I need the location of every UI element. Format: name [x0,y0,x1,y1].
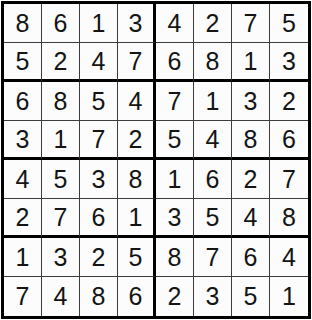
sudoku-cell-r5c8[interactable]: 7 [270,160,308,199]
sudoku-cell-r2c6[interactable]: 8 [194,43,232,82]
sudoku-cell-r4c7[interactable]: 8 [232,121,270,160]
sudoku-cell-r8c4[interactable]: 6 [118,277,156,316]
sudoku-cell-r7c7[interactable]: 6 [232,238,270,277]
sudoku-cell-r5c1[interactable]: 4 [4,160,42,199]
sudoku-cell-r2c2[interactable]: 2 [42,43,80,82]
sudoku-cell-r2c7[interactable]: 1 [232,43,270,82]
sudoku-cell-r8c3[interactable]: 8 [80,277,118,316]
sudoku-cell-r6c7[interactable]: 4 [232,199,270,238]
sudoku-cell-r7c5[interactable]: 8 [156,238,194,277]
sudoku-cell-r4c5[interactable]: 5 [156,121,194,160]
sudoku-cell-r8c7[interactable]: 5 [232,277,270,316]
sudoku-cell-r1c7[interactable]: 7 [232,4,270,43]
sudoku-cell-r4c6[interactable]: 4 [194,121,232,160]
sudoku-cell-r3c4[interactable]: 4 [118,82,156,121]
sudoku-cell-r3c8[interactable]: 2 [270,82,308,121]
sudoku-cell-r5c7[interactable]: 2 [232,160,270,199]
sudoku-cell-r2c1[interactable]: 5 [4,43,42,82]
sudoku-cell-r6c1[interactable]: 2 [4,199,42,238]
sudoku-cell-r5c6[interactable]: 6 [194,160,232,199]
sudoku-cell-r1c8[interactable]: 5 [270,4,308,43]
sudoku-cell-r6c8[interactable]: 8 [270,199,308,238]
sudoku-cell-r1c1[interactable]: 8 [4,4,42,43]
sudoku-cell-r3c6[interactable]: 1 [194,82,232,121]
sudoku-board: 8613427552476813685471323172548645381627… [1,1,311,319]
sudoku-cell-r3c2[interactable]: 8 [42,82,80,121]
sudoku-cell-r2c5[interactable]: 6 [156,43,194,82]
sudoku-cell-r8c6[interactable]: 3 [194,277,232,316]
sudoku-cell-r1c5[interactable]: 4 [156,4,194,43]
sudoku-cell-r6c2[interactable]: 7 [42,199,80,238]
sudoku-cell-r8c5[interactable]: 2 [156,277,194,316]
sudoku-cell-r5c4[interactable]: 8 [118,160,156,199]
sudoku-cell-r1c2[interactable]: 6 [42,4,80,43]
sudoku-cell-r6c4[interactable]: 1 [118,199,156,238]
sudoku-cell-r8c1[interactable]: 7 [4,277,42,316]
sudoku-cell-r3c7[interactable]: 3 [232,82,270,121]
sudoku-cell-r3c5[interactable]: 7 [156,82,194,121]
sudoku-cell-r7c8[interactable]: 4 [270,238,308,277]
sudoku-cell-r7c6[interactable]: 7 [194,238,232,277]
sudoku-cell-r8c2[interactable]: 4 [42,277,80,316]
sudoku-cell-r7c4[interactable]: 5 [118,238,156,277]
sudoku-cell-r4c1[interactable]: 3 [4,121,42,160]
sudoku-cell-r5c5[interactable]: 1 [156,160,194,199]
sudoku-cell-r2c4[interactable]: 7 [118,43,156,82]
sudoku-cell-r3c1[interactable]: 6 [4,82,42,121]
sudoku-cell-r4c2[interactable]: 1 [42,121,80,160]
sudoku-cell-r6c3[interactable]: 6 [80,199,118,238]
sudoku-cell-r7c1[interactable]: 1 [4,238,42,277]
sudoku-cell-r6c5[interactable]: 3 [156,199,194,238]
sudoku-cell-r3c3[interactable]: 5 [80,82,118,121]
sudoku-cell-r2c8[interactable]: 3 [270,43,308,82]
sudoku-cell-r4c4[interactable]: 2 [118,121,156,160]
sudoku-page: 8613427552476813685471323172548645381627… [0,0,312,320]
sudoku-cell-r5c3[interactable]: 3 [80,160,118,199]
sudoku-cell-r1c6[interactable]: 2 [194,4,232,43]
sudoku-cell-r1c4[interactable]: 3 [118,4,156,43]
sudoku-cell-r7c2[interactable]: 3 [42,238,80,277]
sudoku-cell-r4c8[interactable]: 6 [270,121,308,160]
sudoku-cell-r1c3[interactable]: 1 [80,4,118,43]
sudoku-cell-r8c8[interactable]: 1 [270,277,308,316]
sudoku-cell-r6c6[interactable]: 5 [194,199,232,238]
sudoku-cell-r4c3[interactable]: 7 [80,121,118,160]
sudoku-cell-r2c3[interactable]: 4 [80,43,118,82]
sudoku-cell-r7c3[interactable]: 2 [80,238,118,277]
sudoku-cell-r5c2[interactable]: 5 [42,160,80,199]
